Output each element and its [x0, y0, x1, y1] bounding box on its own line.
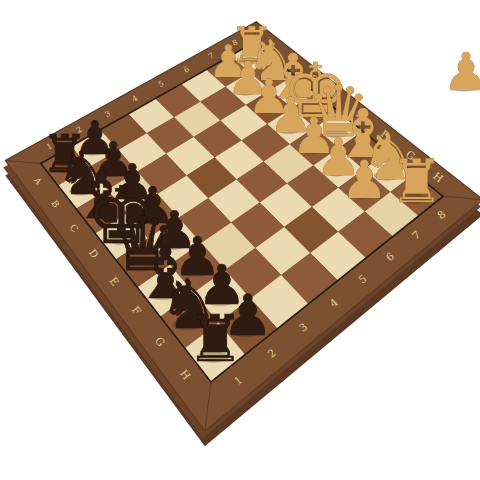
piece-dark-r-h1[interactable]: ♜ [186, 301, 244, 376]
chess-product-photo: AABBCCDDEEFFGGHH1122334455667788♜♟♞♟♟♝♟♚… [0, 0, 480, 480]
piece-light-r-h8[interactable]: ♜ [390, 146, 444, 216]
chess-board: AABBCCDDEEFFGGHH1122334455667788♜♟♞♟♟♝♟♚… [0, 0, 480, 480]
off-board-light-pawn[interactable]: ♟ [443, 42, 480, 102]
piece-light-p-g7[interactable]: ♟ [341, 149, 388, 210]
